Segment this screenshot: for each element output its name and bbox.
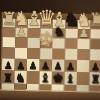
white-pawn[interactable]: ♟ — [78, 27, 89, 38]
square-e6[interactable] — [52, 38, 65, 49]
black-pawn[interactable]: ♟ — [91, 63, 100, 72]
square-f6[interactable] — [65, 38, 78, 49]
square-d6[interactable]: ♚ — [40, 38, 53, 49]
square-f7[interactable] — [65, 29, 78, 39]
square-a5[interactable] — [2, 47, 15, 58]
square-b3[interactable]: ♞ — [14, 71, 27, 84]
chess-board: ♜♞♝♛♝♞♞♜♟♞♟♚♟♟♟♟♟♟♟♜♞♝♚♝♜ — [1, 18, 100, 100]
square-g3[interactable] — [77, 72, 90, 85]
square-h3[interactable]: ♜ — [89, 72, 100, 85]
square-d3[interactable]: ♝ — [39, 71, 52, 84]
board-near-edge — [0, 91, 100, 100]
black-pawn[interactable]: ♟ — [4, 61, 13, 70]
black-king[interactable]: ♚ — [52, 72, 64, 84]
square-c5[interactable] — [27, 48, 40, 59]
square-g5[interactable] — [77, 49, 90, 60]
square-d5[interactable] — [40, 48, 53, 59]
square-e5[interactable] — [52, 48, 65, 59]
black-bishop[interactable]: ♝ — [65, 73, 76, 84]
black-pawn[interactable]: ♟ — [66, 62, 75, 71]
square-a6[interactable] — [2, 37, 15, 48]
square-b4[interactable]: ♟ — [14, 59, 27, 71]
square-f4[interactable]: ♟ — [64, 60, 77, 72]
black-pawn[interactable]: ♟ — [16, 61, 25, 70]
square-a4[interactable]: ♟ — [2, 58, 15, 70]
black-knight[interactable]: ♞ — [15, 72, 26, 83]
square-h5[interactable] — [90, 49, 100, 60]
chess-board-group: ♜♞♝♛♝♞♞♜♟♞♟♚♟♟♟♟♟♟♟♜♞♝♚♝♜ — [0, 0, 100, 100]
square-g7[interactable]: ♟ — [78, 29, 91, 39]
black-rook[interactable]: ♜ — [90, 74, 100, 85]
black-pawn[interactable]: ♟ — [29, 61, 38, 70]
photo-scene: ♜♞♝♛♝♞♞♜♟♞♟♚♟♟♟♟♟♟♟♜♞♝♚♝♜ — [0, 0, 100, 100]
square-f3[interactable]: ♝ — [64, 72, 77, 85]
square-a3[interactable]: ♜ — [2, 70, 15, 83]
square-b5[interactable] — [15, 48, 28, 59]
square-h7[interactable] — [90, 29, 100, 39]
square-c4[interactable]: ♟ — [27, 59, 40, 71]
black-bishop[interactable]: ♝ — [40, 72, 52, 84]
square-g6[interactable] — [77, 39, 90, 50]
square-g4[interactable] — [77, 60, 90, 72]
white-rook[interactable]: ♜ — [88, 12, 100, 30]
square-h4[interactable]: ♟ — [89, 60, 100, 72]
square-h8[interactable]: ♜ — [90, 20, 100, 29]
square-b7[interactable]: ♟ — [15, 28, 28, 38]
square-c3[interactable] — [27, 71, 40, 84]
black-rook[interactable]: ♜ — [3, 73, 13, 84]
square-h6[interactable] — [90, 39, 100, 50]
square-b6[interactable] — [15, 37, 28, 48]
white-pawn[interactable]: ♟ — [16, 26, 27, 37]
square-e3[interactable]: ♚ — [52, 71, 65, 84]
square-f5[interactable] — [65, 49, 78, 60]
square-a7[interactable] — [3, 27, 16, 37]
